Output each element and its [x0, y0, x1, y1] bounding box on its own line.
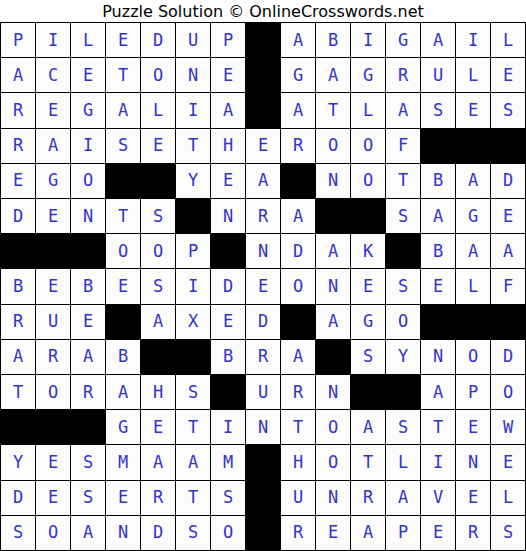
cell-r2c11: G — [351, 58, 385, 92]
block-cell-r10c10 — [316, 340, 350, 374]
block-cell-r7c2 — [36, 234, 70, 268]
cell-r9c3: E — [71, 305, 105, 339]
cell-r13c5: A — [141, 445, 175, 479]
cell-r3c14: E — [456, 93, 490, 127]
cell-r1c11: I — [351, 23, 385, 57]
cell-r13c14: N — [456, 445, 490, 479]
cell-r12c15: W — [491, 410, 525, 444]
block-cell-r10c5 — [141, 340, 175, 374]
block-cell-r4c15 — [491, 129, 525, 163]
cell-r15c5: D — [141, 516, 175, 550]
cell-r1c15: L — [491, 23, 525, 57]
cell-r13c11: T — [351, 445, 385, 479]
cell-r10c2: R — [36, 340, 70, 374]
cell-r3c9: A — [281, 93, 315, 127]
cell-r6c5: S — [141, 199, 175, 233]
cell-r3c15: S — [491, 93, 525, 127]
cell-r6c8: R — [246, 199, 280, 233]
block-cell-r7c7 — [211, 234, 245, 268]
cell-r4c3: I — [71, 129, 105, 163]
cell-r3c5: L — [141, 93, 175, 127]
cell-r4c7: H — [211, 129, 245, 163]
block-cell-r9c14 — [456, 305, 490, 339]
block-cell-r12c2 — [36, 410, 70, 444]
cell-r1c10: B — [316, 23, 350, 57]
crossword-grid: PILEDUPABIGAILACETONEGAGRULEREGALIAATLAS… — [0, 22, 526, 551]
cell-r6c14: G — [456, 199, 490, 233]
cell-r8c13: E — [421, 269, 455, 303]
block-cell-r11c12 — [386, 375, 420, 409]
cell-r1c1: P — [1, 23, 35, 57]
cell-r1c5: D — [141, 23, 175, 57]
block-cell-r7c3 — [71, 234, 105, 268]
cell-r7c4: O — [106, 234, 140, 268]
cell-r5c11: O — [351, 164, 385, 198]
block-cell-r7c12 — [386, 234, 420, 268]
cell-r3c10: T — [316, 93, 350, 127]
cell-r14c10: N — [316, 481, 350, 515]
cell-r15c2: O — [36, 516, 70, 550]
cell-r10c14: O — [456, 340, 490, 374]
cell-r15c14: R — [456, 516, 490, 550]
cell-r14c13: V — [421, 481, 455, 515]
cell-r6c9: A — [281, 199, 315, 233]
cell-r14c15: L — [491, 481, 525, 515]
cell-r2c7: E — [211, 58, 245, 92]
block-cell-r11c11 — [351, 375, 385, 409]
cell-r12c10: O — [316, 410, 350, 444]
cell-r3c3: G — [71, 93, 105, 127]
cell-r13c13: I — [421, 445, 455, 479]
cell-r7c13: B — [421, 234, 455, 268]
cell-r15c15: S — [491, 516, 525, 550]
cell-r8c11: E — [351, 269, 385, 303]
cell-r13c15: E — [491, 445, 525, 479]
cell-r8c2: E — [36, 269, 70, 303]
cell-r13c12: L — [386, 445, 420, 479]
cell-r12c4: G — [106, 410, 140, 444]
cell-r12c11: A — [351, 410, 385, 444]
cell-r2c14: L — [456, 58, 490, 92]
cell-r4c5: E — [141, 129, 175, 163]
block-cell-r5c4 — [106, 164, 140, 198]
block-cell-r9c4 — [106, 305, 140, 339]
cell-r12c9: T — [281, 410, 315, 444]
cell-r13c4: M — [106, 445, 140, 479]
cell-r7c9: D — [281, 234, 315, 268]
cell-r7c14: A — [456, 234, 490, 268]
cell-r6c7: N — [211, 199, 245, 233]
cell-r5c15: D — [491, 164, 525, 198]
block-cell-r12c3 — [71, 410, 105, 444]
cell-r9c12: O — [386, 305, 420, 339]
cell-r15c6: S — [176, 516, 210, 550]
cell-r12c13: T — [421, 410, 455, 444]
cell-r9c2: U — [36, 305, 70, 339]
cell-r9c7: E — [211, 305, 245, 339]
cell-r14c9: U — [281, 481, 315, 515]
cell-r4c10: O — [316, 129, 350, 163]
cell-r4c6: T — [176, 129, 210, 163]
block-cell-r6c6 — [176, 199, 210, 233]
cell-r13c1: Y — [1, 445, 35, 479]
cell-r8c10: N — [316, 269, 350, 303]
cell-r15c7: O — [211, 516, 245, 550]
cell-r12c8: N — [246, 410, 280, 444]
cell-r1c13: A — [421, 23, 455, 57]
block-cell-r9c15 — [491, 305, 525, 339]
cell-r2c1: A — [1, 58, 35, 92]
cell-r3c1: R — [1, 93, 35, 127]
cell-r6c3: N — [71, 199, 105, 233]
cell-r4c8: E — [246, 129, 280, 163]
cell-r13c9: H — [281, 445, 315, 479]
cell-r9c10: A — [316, 305, 350, 339]
cell-r7c5: O — [141, 234, 175, 268]
cell-r15c10: E — [316, 516, 350, 550]
cell-r5c7: E — [211, 164, 245, 198]
cell-r11c2: O — [36, 375, 70, 409]
cell-r14c14: E — [456, 481, 490, 515]
cell-r5c2: G — [36, 164, 70, 198]
cell-r8c8: E — [246, 269, 280, 303]
cell-r11c5: H — [141, 375, 175, 409]
cell-r9c8: D — [246, 305, 280, 339]
cell-r1c12: G — [386, 23, 420, 57]
cell-r14c3: S — [71, 481, 105, 515]
cell-r2c13: U — [421, 58, 455, 92]
cell-r7c10: A — [316, 234, 350, 268]
cell-r10c3: A — [71, 340, 105, 374]
block-cell-r5c9 — [281, 164, 315, 198]
cell-r13c6: A — [176, 445, 210, 479]
cell-r13c3: S — [71, 445, 105, 479]
cell-r1c14: I — [456, 23, 490, 57]
cell-r8c14: L — [456, 269, 490, 303]
cell-r5c3: O — [71, 164, 105, 198]
cell-r5c10: N — [316, 164, 350, 198]
cell-r12c12: S — [386, 410, 420, 444]
cell-r15c1: S — [1, 516, 35, 550]
cell-r9c6: X — [176, 305, 210, 339]
cell-r3c2: E — [36, 93, 70, 127]
cell-r11c9: R — [281, 375, 315, 409]
cell-r10c15: D — [491, 340, 525, 374]
block-cell-r6c11 — [351, 199, 385, 233]
cell-r15c4: N — [106, 516, 140, 550]
cell-r4c4: S — [106, 129, 140, 163]
block-cell-r11c7 — [211, 375, 245, 409]
cell-r14c5: R — [141, 481, 175, 515]
cell-r8c3: B — [71, 269, 105, 303]
cell-r10c12: Y — [386, 340, 420, 374]
cell-r13c10: O — [316, 445, 350, 479]
cell-r12c6: T — [176, 410, 210, 444]
cell-r3c12: A — [386, 93, 420, 127]
cell-r4c2: A — [36, 129, 70, 163]
block-cell-r4c13 — [421, 129, 455, 163]
cell-r13c7: M — [211, 445, 245, 479]
cell-r2c12: R — [386, 58, 420, 92]
cell-r8c9: O — [281, 269, 315, 303]
cell-r3c4: A — [106, 93, 140, 127]
cell-r9c1: R — [1, 305, 35, 339]
cell-r10c4: B — [106, 340, 140, 374]
cell-r2c4: T — [106, 58, 140, 92]
cell-r9c11: G — [351, 305, 385, 339]
cell-r8c4: E — [106, 269, 140, 303]
cell-r5c1: E — [1, 164, 35, 198]
cell-r5c14: A — [456, 164, 490, 198]
cell-r14c2: E — [36, 481, 70, 515]
cell-r14c7: S — [211, 481, 245, 515]
block-cell-r15c8 — [246, 516, 280, 550]
cell-r8c15: F — [491, 269, 525, 303]
page-title: Puzzle Solution © OnlineCrosswords.net — [0, 0, 526, 22]
cell-r9c5: A — [141, 305, 175, 339]
cell-r11c1: T — [1, 375, 35, 409]
cell-r4c12: F — [386, 129, 420, 163]
block-cell-r14c8 — [246, 481, 280, 515]
cell-r2c2: C — [36, 58, 70, 92]
cell-r12c14: E — [456, 410, 490, 444]
cell-r11c6: S — [176, 375, 210, 409]
cell-r5c12: T — [386, 164, 420, 198]
block-cell-r2c8 — [246, 58, 280, 92]
cell-r12c5: E — [141, 410, 175, 444]
cell-r6c15: E — [491, 199, 525, 233]
cell-r4c9: R — [281, 129, 315, 163]
cell-r2c5: O — [141, 58, 175, 92]
block-cell-r9c9 — [281, 305, 315, 339]
cell-r8c6: I — [176, 269, 210, 303]
block-cell-r12c1 — [1, 410, 35, 444]
cell-r3c11: L — [351, 93, 385, 127]
block-cell-r4c14 — [456, 129, 490, 163]
cell-r5c6: Y — [176, 164, 210, 198]
block-cell-r13c8 — [246, 445, 280, 479]
cell-r1c4: E — [106, 23, 140, 57]
cell-r3c6: I — [176, 93, 210, 127]
cell-r6c1: D — [1, 199, 35, 233]
cell-r2c6: N — [176, 58, 210, 92]
cell-r4c1: R — [1, 129, 35, 163]
cell-r15c11: A — [351, 516, 385, 550]
cell-r2c3: E — [71, 58, 105, 92]
cell-r13c2: E — [36, 445, 70, 479]
cell-r2c15: E — [491, 58, 525, 92]
cell-r1c6: U — [176, 23, 210, 57]
cell-r11c15: O — [491, 375, 525, 409]
cell-r7c6: P — [176, 234, 210, 268]
cell-r7c11: K — [351, 234, 385, 268]
cell-r14c1: D — [1, 481, 35, 515]
cell-r6c12: S — [386, 199, 420, 233]
cell-r14c11: R — [351, 481, 385, 515]
cell-r5c13: B — [421, 164, 455, 198]
cell-r10c8: R — [246, 340, 280, 374]
cell-r6c4: T — [106, 199, 140, 233]
cell-r11c8: U — [246, 375, 280, 409]
cell-r3c7: A — [211, 93, 245, 127]
cell-r15c12: P — [386, 516, 420, 550]
cell-r8c12: S — [386, 269, 420, 303]
cell-r8c7: D — [211, 269, 245, 303]
block-cell-r6c10 — [316, 199, 350, 233]
cell-r15c3: A — [71, 516, 105, 550]
cell-r14c6: T — [176, 481, 210, 515]
cell-r15c9: R — [281, 516, 315, 550]
cell-r10c1: A — [1, 340, 35, 374]
cell-r10c11: S — [351, 340, 385, 374]
cell-r6c2: E — [36, 199, 70, 233]
cell-r4c11: O — [351, 129, 385, 163]
cell-r10c13: N — [421, 340, 455, 374]
cell-r7c15: A — [491, 234, 525, 268]
cell-r14c12: A — [386, 481, 420, 515]
cell-r2c9: G — [281, 58, 315, 92]
cell-r12c7: I — [211, 410, 245, 444]
cell-r1c9: A — [281, 23, 315, 57]
cell-r5c8: A — [246, 164, 280, 198]
cell-r2c10: A — [316, 58, 350, 92]
block-cell-r9c13 — [421, 305, 455, 339]
cell-r11c3: R — [71, 375, 105, 409]
cell-r1c3: L — [71, 23, 105, 57]
cell-r14c4: E — [106, 481, 140, 515]
cell-r3c13: S — [421, 93, 455, 127]
cell-r1c2: I — [36, 23, 70, 57]
cell-r7c8: N — [246, 234, 280, 268]
cell-r6c13: A — [421, 199, 455, 233]
block-cell-r3c8 — [246, 93, 280, 127]
block-cell-r1c8 — [246, 23, 280, 57]
cell-r11c14: P — [456, 375, 490, 409]
cell-r8c1: B — [1, 269, 35, 303]
block-cell-r10c6 — [176, 340, 210, 374]
block-cell-r5c5 — [141, 164, 175, 198]
cell-r10c7: B — [211, 340, 245, 374]
cell-r15c13: E — [421, 516, 455, 550]
cell-r11c10: N — [316, 375, 350, 409]
cell-r1c7: P — [211, 23, 245, 57]
cell-r10c9: A — [281, 340, 315, 374]
cell-r11c4: A — [106, 375, 140, 409]
cell-r11c13: A — [421, 375, 455, 409]
cell-r8c5: S — [141, 269, 175, 303]
block-cell-r7c1 — [1, 234, 35, 268]
